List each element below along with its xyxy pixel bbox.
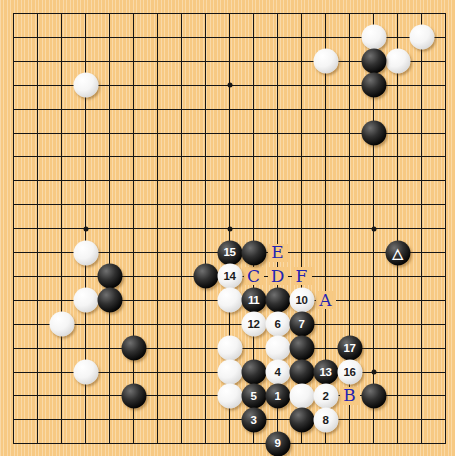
move-number: 7	[299, 318, 305, 330]
star-point	[371, 370, 376, 375]
stone-black-N2[interactable]	[289, 407, 314, 432]
move-number: 8	[323, 414, 329, 426]
stone-white-O17[interactable]	[313, 49, 338, 74]
grid-line-v-0	[13, 13, 14, 444]
stone-black-J8[interactable]	[193, 264, 218, 289]
letter-annotation-D[interactable]: D	[268, 267, 288, 285]
grid-line-v-18	[445, 13, 446, 444]
stone-black-L9[interactable]	[241, 240, 266, 265]
stone-black-K9[interactable]: 15	[217, 240, 242, 265]
grid-line-v-2	[61, 13, 62, 444]
stone-white-S18[interactable]	[409, 25, 434, 50]
move-number: 17	[344, 342, 356, 354]
stone-white-M4[interactable]: 4	[265, 360, 290, 385]
star-point	[371, 226, 376, 231]
stone-white-K3[interactable]	[217, 383, 242, 408]
stone-black-Q17[interactable]	[361, 49, 386, 74]
stone-white-O2[interactable]: 8	[313, 407, 338, 432]
stone-white-K5[interactable]	[217, 336, 242, 361]
stone-black-M3[interactable]: 1	[265, 383, 290, 408]
stone-white-Q18[interactable]	[361, 25, 386, 50]
move-number: 12	[248, 318, 260, 330]
move-number: 11	[248, 295, 259, 307]
stone-black-M7[interactable]	[265, 288, 290, 313]
stone-white-N7[interactable]: 10	[289, 288, 314, 313]
star-point	[83, 226, 88, 231]
stone-white-N3[interactable]	[289, 383, 314, 408]
grid-line-v-16	[397, 13, 398, 444]
stone-white-D9[interactable]	[73, 240, 98, 265]
stone-black-L3[interactable]: 5	[241, 383, 266, 408]
grid-line-v-7	[181, 13, 182, 444]
move-number: 5	[251, 390, 257, 402]
letter-annotation-C[interactable]: C	[244, 267, 264, 285]
letter-annotation-A[interactable]: A	[316, 291, 336, 309]
stone-black-Q16[interactable]	[361, 73, 386, 98]
stone-black-L2[interactable]: 3	[241, 407, 266, 432]
stone-white-M5[interactable]	[265, 336, 290, 361]
stone-white-O3[interactable]: 2	[313, 383, 338, 408]
move-number: 16	[344, 366, 356, 378]
grid-line-v-5	[133, 13, 134, 444]
stone-white-K8[interactable]: 14	[217, 264, 242, 289]
stone-black-P5[interactable]: 17	[337, 336, 362, 361]
stone-black-E7[interactable]	[97, 288, 122, 313]
stone-black-E8[interactable]	[97, 264, 122, 289]
move-number: 2	[323, 390, 329, 402]
stone-black-L4[interactable]	[241, 360, 266, 385]
grid-line-v-17	[421, 13, 422, 444]
stone-white-C6[interactable]	[49, 312, 74, 337]
stone-black-Q3[interactable]	[361, 383, 386, 408]
stone-white-D4[interactable]	[73, 360, 98, 385]
stone-black-Q14[interactable]	[361, 121, 386, 146]
stone-black-N6[interactable]: 7	[289, 312, 314, 337]
grid-line-v-6	[157, 13, 158, 444]
stone-black-F3[interactable]	[121, 383, 146, 408]
stone-black-N5[interactable]	[289, 336, 314, 361]
move-number: 9	[275, 438, 281, 450]
move-number: 1	[275, 390, 281, 402]
move-number: 13	[320, 366, 332, 378]
stone-white-R17[interactable]	[385, 49, 410, 74]
move-number: 4	[275, 366, 281, 378]
move-number: 14	[224, 271, 236, 283]
star-point	[227, 226, 232, 231]
stone-white-D7[interactable]	[73, 288, 98, 313]
stone-white-M6[interactable]: 6	[265, 312, 290, 337]
stone-white-K4[interactable]	[217, 360, 242, 385]
grid-line-v-1	[37, 13, 38, 444]
move-number: 3	[251, 414, 257, 426]
grid-line-v-8	[205, 13, 206, 444]
letter-annotation-B[interactable]: B	[340, 387, 360, 405]
stone-black-N4[interactable]	[289, 360, 314, 385]
move-number: 6	[275, 318, 281, 330]
stone-black-L7[interactable]: 11	[241, 288, 266, 313]
grid-line-v-4	[109, 13, 110, 444]
stone-white-K7[interactable]	[217, 288, 242, 313]
go-board[interactable]: ECDFAB△1514111012671741316512389	[0, 0, 455, 456]
stone-black-O4[interactable]: 13	[313, 360, 338, 385]
star-point	[227, 83, 232, 88]
move-number: 10	[296, 295, 308, 307]
stone-white-P4[interactable]: 16	[337, 360, 362, 385]
stone-white-L6[interactable]: 12	[241, 312, 266, 337]
stone-black-M1[interactable]: 9	[265, 431, 290, 456]
letter-annotation-E[interactable]: E	[268, 244, 288, 262]
stone-black-R9[interactable]: △	[385, 240, 410, 265]
stone-black-F5[interactable]	[121, 336, 146, 361]
move-number: 15	[224, 247, 236, 259]
letter-annotation-F[interactable]: F	[292, 267, 312, 285]
triangle-mark-icon: △	[392, 245, 402, 259]
stone-white-D16[interactable]	[73, 73, 98, 98]
